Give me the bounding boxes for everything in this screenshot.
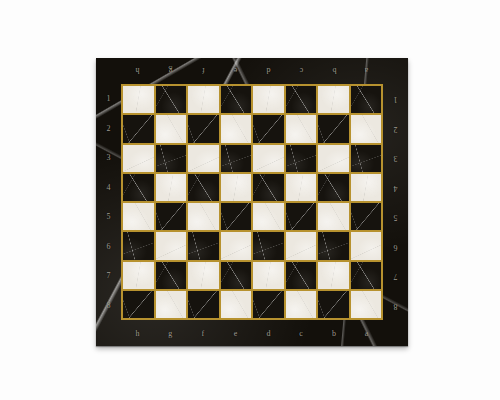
product-photo: hgfedcba hgfedcba 12345678 12345678 bbox=[0, 0, 500, 400]
square-c4 bbox=[286, 174, 317, 201]
square-h6 bbox=[123, 232, 154, 259]
file-labels-top: hgfedcba bbox=[121, 58, 383, 84]
square-a1 bbox=[351, 86, 382, 113]
square-b4 bbox=[318, 174, 349, 201]
file-labels-bottom: hgfedcba bbox=[121, 320, 383, 346]
square-d4 bbox=[253, 174, 284, 201]
square-b2 bbox=[318, 115, 349, 142]
file-label: c bbox=[285, 320, 318, 346]
rank-label: 4 bbox=[96, 173, 121, 203]
square-e2 bbox=[221, 115, 252, 142]
square-g1 bbox=[156, 86, 187, 113]
rank-label: 5 bbox=[383, 202, 408, 232]
rank-label: 2 bbox=[96, 114, 121, 144]
rank-label: 3 bbox=[96, 143, 121, 173]
square-c1 bbox=[286, 86, 317, 113]
file-label: e bbox=[219, 320, 252, 346]
square-a4 bbox=[351, 174, 382, 201]
square-h1 bbox=[123, 86, 154, 113]
file-label: d bbox=[252, 320, 285, 346]
square-a8 bbox=[351, 291, 382, 318]
file-label: h bbox=[121, 320, 154, 346]
square-g6 bbox=[156, 232, 187, 259]
square-b3 bbox=[318, 145, 349, 172]
square-d6 bbox=[253, 232, 284, 259]
square-a7 bbox=[351, 262, 382, 289]
square-g4 bbox=[156, 174, 187, 201]
chess-board: hgfedcba hgfedcba 12345678 12345678 bbox=[96, 58, 408, 346]
file-label: c bbox=[285, 58, 318, 84]
square-c6 bbox=[286, 232, 317, 259]
square-d7 bbox=[253, 262, 284, 289]
square-b1 bbox=[318, 86, 349, 113]
square-f5 bbox=[188, 203, 219, 230]
square-e5 bbox=[221, 203, 252, 230]
square-h7 bbox=[123, 262, 154, 289]
square-h4 bbox=[123, 174, 154, 201]
file-label: a bbox=[350, 58, 383, 84]
square-f3 bbox=[188, 145, 219, 172]
square-e6 bbox=[221, 232, 252, 259]
square-a3 bbox=[351, 145, 382, 172]
square-d1 bbox=[253, 86, 284, 113]
rank-label: 1 bbox=[96, 84, 121, 114]
rank-label: 6 bbox=[383, 232, 408, 262]
square-b8 bbox=[318, 291, 349, 318]
file-label: f bbox=[187, 58, 220, 84]
file-label: b bbox=[318, 58, 351, 84]
square-a5 bbox=[351, 203, 382, 230]
rank-label: 8 bbox=[383, 291, 408, 321]
square-a2 bbox=[351, 115, 382, 142]
square-f4 bbox=[188, 174, 219, 201]
rank-label: 3 bbox=[383, 143, 408, 173]
square-f6 bbox=[188, 232, 219, 259]
square-e7 bbox=[221, 262, 252, 289]
square-h5 bbox=[123, 203, 154, 230]
rank-label: 6 bbox=[96, 232, 121, 262]
square-d3 bbox=[253, 145, 284, 172]
rank-label: 2 bbox=[383, 114, 408, 144]
file-label: h bbox=[121, 58, 154, 84]
rank-labels-right: 12345678 bbox=[383, 84, 408, 320]
square-c2 bbox=[286, 115, 317, 142]
square-g7 bbox=[156, 262, 187, 289]
file-label: g bbox=[154, 320, 187, 346]
square-h3 bbox=[123, 145, 154, 172]
square-b7 bbox=[318, 262, 349, 289]
square-b6 bbox=[318, 232, 349, 259]
rank-label: 8 bbox=[96, 291, 121, 321]
square-c8 bbox=[286, 291, 317, 318]
file-label: a bbox=[350, 320, 383, 346]
square-d8 bbox=[253, 291, 284, 318]
square-e1 bbox=[221, 86, 252, 113]
file-label: f bbox=[187, 320, 220, 346]
square-d2 bbox=[253, 115, 284, 142]
square-h2 bbox=[123, 115, 154, 142]
square-g8 bbox=[156, 291, 187, 318]
square-e8 bbox=[221, 291, 252, 318]
rank-label: 1 bbox=[383, 84, 408, 114]
file-label: g bbox=[154, 58, 187, 84]
square-f2 bbox=[188, 115, 219, 142]
square-a6 bbox=[351, 232, 382, 259]
square-h8 bbox=[123, 291, 154, 318]
square-c5 bbox=[286, 203, 317, 230]
square-g3 bbox=[156, 145, 187, 172]
file-label: d bbox=[252, 58, 285, 84]
square-g2 bbox=[156, 115, 187, 142]
square-c7 bbox=[286, 262, 317, 289]
square-e4 bbox=[221, 174, 252, 201]
square-b5 bbox=[318, 203, 349, 230]
square-f1 bbox=[188, 86, 219, 113]
square-e3 bbox=[221, 145, 252, 172]
square-f7 bbox=[188, 262, 219, 289]
square-c3 bbox=[286, 145, 317, 172]
rank-labels-left: 12345678 bbox=[96, 84, 121, 320]
file-label: e bbox=[219, 58, 252, 84]
square-g5 bbox=[156, 203, 187, 230]
square-f8 bbox=[188, 291, 219, 318]
square-d5 bbox=[253, 203, 284, 230]
rank-label: 4 bbox=[383, 173, 408, 203]
rank-label: 5 bbox=[96, 202, 121, 232]
rank-label: 7 bbox=[96, 261, 121, 291]
board-grid bbox=[121, 84, 383, 320]
rank-label: 7 bbox=[383, 261, 408, 291]
file-label: b bbox=[318, 320, 351, 346]
